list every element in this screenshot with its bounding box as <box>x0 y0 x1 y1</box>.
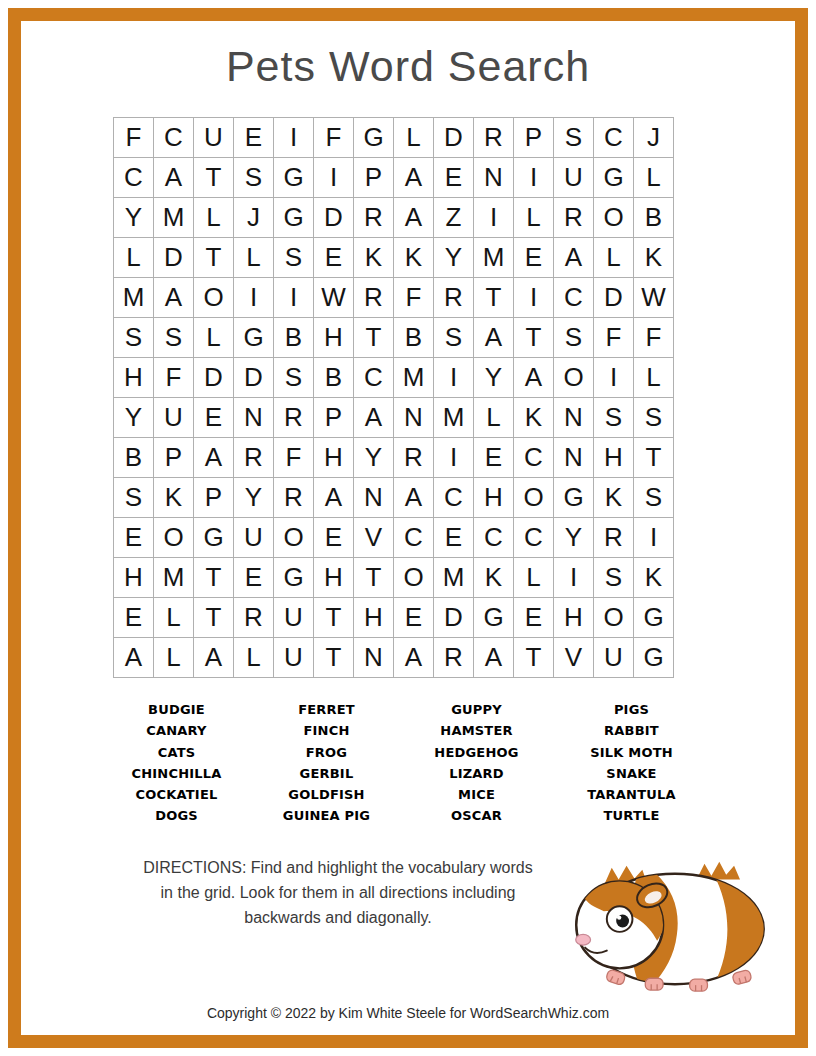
grid-cell[interactable]: O <box>274 518 313 557</box>
word-list-column: BUDGIECANARYCATSCHINCHILLACOCKATIELDOGS <box>104 699 249 827</box>
grid-cell[interactable]: U <box>194 118 233 157</box>
grid-cell[interactable]: N <box>394 398 433 437</box>
grid-cell[interactable]: W <box>314 278 353 317</box>
grid-cell[interactable]: Y <box>434 238 473 277</box>
grid-cell[interactable]: N <box>554 438 593 477</box>
grid-cell[interactable]: O <box>394 558 433 597</box>
grid-cell[interactable]: A <box>114 638 153 677</box>
word-list-column: GUPPYHAMSTERHEDGEHOGLIZARDMICEOSCAR <box>404 699 549 827</box>
grid-cell[interactable]: I <box>434 438 473 477</box>
grid-cell[interactable]: A <box>194 438 233 477</box>
grid-cell[interactable]: H <box>354 598 393 637</box>
grid-cell[interactable]: S <box>274 238 313 277</box>
grid-cell[interactable]: A <box>474 638 513 677</box>
pig-eye-highlight <box>617 915 621 919</box>
grid-cell[interactable]: C <box>394 518 433 557</box>
grid-cell[interactable]: O <box>514 478 553 517</box>
grid-cell[interactable]: B <box>634 198 673 237</box>
grid-cell[interactable]: L <box>234 238 273 277</box>
grid-cell[interactable]: L <box>154 638 193 677</box>
grid-cell[interactable]: U <box>594 638 633 677</box>
grid-cell[interactable]: I <box>514 158 553 197</box>
grid-cell[interactable]: C <box>154 118 193 157</box>
grid-cell[interactable]: R <box>594 518 633 557</box>
grid-cell[interactable]: J <box>234 198 273 237</box>
grid-cell[interactable]: R <box>434 278 473 317</box>
grid-cell[interactable]: I <box>434 358 473 397</box>
word-item: LIZARD <box>404 763 549 784</box>
grid-cell[interactable]: L <box>594 238 633 277</box>
grid-cell[interactable]: C <box>354 358 393 397</box>
word-list: BUDGIECANARYCATSCHINCHILLACOCKATIELDOGS … <box>104 699 714 827</box>
grid-cell[interactable]: N <box>354 638 393 677</box>
word-item: CATS <box>104 742 249 763</box>
grid-cell[interactable]: T <box>194 158 233 197</box>
grid-cell[interactable]: A <box>394 638 433 677</box>
grid-cell[interactable]: R <box>554 198 593 237</box>
grid-cell[interactable]: W <box>634 278 673 317</box>
grid-cell[interactable]: T <box>354 558 393 597</box>
word-item: HAMSTER <box>404 720 549 741</box>
grid-cell[interactable]: O <box>594 198 633 237</box>
grid-cell[interactable]: B <box>314 358 353 397</box>
grid-cell[interactable]: H <box>314 318 353 357</box>
grid-cell[interactable]: L <box>114 238 153 277</box>
word-list-column: FERRETFINCHFROGGERBILGOLDFISHGUINEA PIG <box>254 699 399 827</box>
grid-cell[interactable]: A <box>154 278 193 317</box>
guinea-pig-illustration <box>558 848 776 996</box>
grid-cell[interactable]: I <box>274 278 313 317</box>
grid-cell[interactable]: R <box>234 438 273 477</box>
grid-cell[interactable]: P <box>194 478 233 517</box>
grid-cell[interactable]: R <box>354 278 393 317</box>
directions-line: backwards and diagonally. <box>108 905 568 930</box>
grid-cell[interactable]: F <box>114 118 153 157</box>
word-item: GERBIL <box>254 763 399 784</box>
grid-cell[interactable]: F <box>634 318 673 357</box>
grid-cell[interactable]: B <box>114 438 153 477</box>
grid-cell[interactable]: R <box>234 598 273 637</box>
word-item: SILK MOTH <box>554 742 709 763</box>
grid-cell[interactable]: K <box>354 238 393 277</box>
grid-cell[interactable]: G <box>194 518 233 557</box>
grid-cell[interactable]: H <box>314 438 353 477</box>
grid-cell[interactable]: L <box>634 358 673 397</box>
word-item: COCKATIEL <box>104 784 249 805</box>
grid-cell[interactable]: T <box>634 438 673 477</box>
grid-cell[interactable]: I <box>314 158 353 197</box>
grid-cell[interactable]: H <box>474 478 513 517</box>
grid-cell[interactable]: C <box>554 278 593 317</box>
grid-cell[interactable]: S <box>634 478 673 517</box>
grid-cell[interactable]: L <box>634 158 673 197</box>
grid-cell[interactable]: K <box>634 238 673 277</box>
grid-cell[interactable]: T <box>314 598 353 637</box>
grid-cell[interactable]: G <box>274 198 313 237</box>
word-item: DOGS <box>104 805 249 826</box>
grid-cell[interactable]: E <box>434 158 473 197</box>
grid-cell[interactable]: E <box>474 438 513 477</box>
word-list-column: PIGSRABBITSILK MOTHSNAKETARANTULATURTLE <box>554 699 709 827</box>
directions-text: DIRECTIONS: Find and highlight the vocab… <box>108 855 568 930</box>
pig-nose <box>576 934 591 945</box>
grid-cell[interactable]: E <box>434 518 473 557</box>
grid-cell[interactable]: I <box>274 118 313 157</box>
grid-cell[interactable]: D <box>594 278 633 317</box>
grid-cell[interactable]: C <box>514 438 553 477</box>
grid-cell[interactable]: S <box>594 558 633 597</box>
grid-cell[interactable]: D <box>434 598 473 637</box>
word-search-grid: FCUEIFGLDRPSCJCATSGIPAENIUGLYMLJGDRAZILR… <box>113 117 674 678</box>
grid-cell[interactable]: S <box>634 398 673 437</box>
grid-cell[interactable]: U <box>154 398 193 437</box>
grid-cell[interactable]: F <box>274 438 313 477</box>
grid-cell[interactable]: E <box>514 598 553 637</box>
grid-cell[interactable]: N <box>354 478 393 517</box>
grid-cell[interactable]: S <box>234 158 273 197</box>
word-item: FERRET <box>254 699 399 720</box>
grid-cell[interactable]: Y <box>474 358 513 397</box>
grid-cell[interactable]: D <box>154 238 193 277</box>
grid-cell[interactable]: E <box>114 518 153 557</box>
grid-cell[interactable]: M <box>114 278 153 317</box>
grid-cell[interactable]: E <box>314 238 353 277</box>
word-item: HEDGEHOG <box>404 742 549 763</box>
grid-cell[interactable]: M <box>434 558 473 597</box>
grid-cell[interactable]: G <box>634 598 673 637</box>
worksheet-page: Pets Word Search FCUEIFGLDRPSCJCATSGIPAE… <box>0 0 816 1056</box>
grid-cell[interactable]: Y <box>234 478 273 517</box>
grid-cell[interactable]: D <box>194 358 233 397</box>
grid-cell[interactable]: B <box>394 318 433 357</box>
grid-cell[interactable]: K <box>634 558 673 597</box>
word-item: PIGS <box>554 699 709 720</box>
grid-cell[interactable]: M <box>474 238 513 277</box>
word-item: RABBIT <box>554 720 709 741</box>
grid-cell[interactable]: P <box>514 118 553 157</box>
word-item: BUDGIE <box>104 699 249 720</box>
grid-cell[interactable]: A <box>394 158 433 197</box>
word-item: GOLDFISH <box>254 784 399 805</box>
grid-cell[interactable]: C <box>474 518 513 557</box>
grid-cell[interactable]: A <box>394 478 433 517</box>
grid-cell[interactable]: L <box>514 198 553 237</box>
copyright-text: Copyright © 2022 by Kim White Steele for… <box>0 1005 816 1021</box>
grid-cell[interactable]: T <box>474 278 513 317</box>
grid-cell[interactable]: K <box>594 478 633 517</box>
grid-cell[interactable]: E <box>314 518 353 557</box>
grid-cell[interactable]: A <box>194 638 233 677</box>
grid-cell[interactable]: H <box>594 438 633 477</box>
grid-cell[interactable]: K <box>394 238 433 277</box>
grid-cell[interactable]: C <box>514 518 553 557</box>
grid-cell[interactable]: F <box>394 278 433 317</box>
grid-cell[interactable]: O <box>154 518 193 557</box>
grid-cell[interactable]: S <box>274 358 313 397</box>
grid-cell[interactable]: H <box>554 598 593 637</box>
grid-cell[interactable]: R <box>394 438 433 477</box>
grid-cell[interactable]: E <box>114 598 153 637</box>
grid-cell[interactable]: I <box>474 198 513 237</box>
grid-cell[interactable]: J <box>634 118 673 157</box>
grid-cell[interactable]: P <box>314 398 353 437</box>
grid-cell[interactable]: U <box>274 598 313 637</box>
grid-cell[interactable]: L <box>394 118 433 157</box>
word-item: OSCAR <box>404 805 549 826</box>
grid-cell[interactable]: U <box>274 638 313 677</box>
grid-cell[interactable]: F <box>594 318 633 357</box>
grid-cell[interactable]: U <box>554 158 593 197</box>
grid-cell[interactable]: A <box>514 358 553 397</box>
directions-line: DIRECTIONS: Find and highlight the vocab… <box>108 855 568 880</box>
grid-cell[interactable]: F <box>154 358 193 397</box>
grid-cell[interactable]: I <box>554 558 593 597</box>
grid-cell[interactable]: C <box>594 118 633 157</box>
grid-cell[interactable]: E <box>514 238 553 277</box>
page-title: Pets Word Search <box>0 42 816 91</box>
word-item: TURTLE <box>554 805 709 826</box>
word-item: GUPPY <box>404 699 549 720</box>
grid-cell[interactable]: K <box>154 478 193 517</box>
grid-cell[interactable]: O <box>194 278 233 317</box>
grid-cell[interactable]: O <box>554 358 593 397</box>
grid-cell[interactable]: T <box>354 318 393 357</box>
grid-cell[interactable]: F <box>314 118 353 157</box>
grid-cell[interactable]: M <box>394 358 433 397</box>
grid-cell[interactable]: G <box>274 558 313 597</box>
grid-cell[interactable]: S <box>114 478 153 517</box>
grid-cell[interactable]: B <box>274 318 313 357</box>
grid-cell[interactable]: A <box>354 398 393 437</box>
grid-cell[interactable]: E <box>234 118 273 157</box>
grid-cell[interactable]: C <box>114 158 153 197</box>
grid-cell[interactable]: R <box>434 638 473 677</box>
grid-cell[interactable]: Y <box>114 198 153 237</box>
word-item: MICE <box>404 784 549 805</box>
grid-cell[interactable]: E <box>194 398 233 437</box>
grid-cell[interactable]: R <box>274 478 313 517</box>
grid-cell[interactable]: H <box>314 558 353 597</box>
grid-cell[interactable]: S <box>434 318 473 357</box>
grid-cell[interactable]: Y <box>554 518 593 557</box>
grid-cell[interactable]: T <box>194 238 233 277</box>
grid-cell[interactable]: P <box>154 438 193 477</box>
grid-cell[interactable]: M <box>154 198 193 237</box>
grid-cell[interactable]: Z <box>434 198 473 237</box>
grid-cell[interactable]: H <box>114 358 153 397</box>
grid-cell[interactable]: C <box>434 478 473 517</box>
grid-cell[interactable]: U <box>234 518 273 557</box>
word-item: GUINEA PIG <box>254 805 399 826</box>
grid-cell[interactable]: A <box>394 198 433 237</box>
grid-cell[interactable]: G <box>234 318 273 357</box>
word-item: TARANTULA <box>554 784 709 805</box>
word-item: SNAKE <box>554 763 709 784</box>
grid-cell[interactable]: D <box>234 358 273 397</box>
grid-cell[interactable]: S <box>554 318 593 357</box>
grid-cell[interactable]: Y <box>354 438 393 477</box>
grid-cell[interactable]: K <box>474 558 513 597</box>
grid-cell[interactable]: S <box>154 318 193 357</box>
grid-cell[interactable]: M <box>434 398 473 437</box>
grid-cell[interactable]: H <box>114 558 153 597</box>
grid-cell[interactable]: N <box>234 398 273 437</box>
grid-cell[interactable]: T <box>514 318 553 357</box>
word-item: FINCH <box>254 720 399 741</box>
grid-cell[interactable]: S <box>114 318 153 357</box>
grid-cell[interactable]: O <box>594 598 633 637</box>
grid-cell[interactable]: G <box>554 478 593 517</box>
grid-cell[interactable]: E <box>234 558 273 597</box>
grid-cell[interactable]: R <box>274 398 313 437</box>
grid-cell[interactable]: V <box>354 518 393 557</box>
grid-cell[interactable]: M <box>154 558 193 597</box>
grid-cell[interactable]: I <box>234 278 273 317</box>
grid-cell[interactable]: T <box>514 638 553 677</box>
grid-cell[interactable]: L <box>514 558 553 597</box>
grid-cell[interactable]: Y <box>114 398 153 437</box>
grid-cell[interactable]: K <box>514 398 553 437</box>
word-item: CHINCHILLA <box>104 763 249 784</box>
grid-cell[interactable]: S <box>554 118 593 157</box>
grid-cell[interactable]: I <box>634 518 673 557</box>
grid-cell[interactable]: T <box>194 558 233 597</box>
grid-cell[interactable]: G <box>474 598 513 637</box>
grid-cell[interactable]: S <box>594 398 633 437</box>
grid-cell[interactable]: G <box>354 118 393 157</box>
grid-cell[interactable]: P <box>354 158 393 197</box>
grid-cell[interactable]: N <box>554 398 593 437</box>
grid-cell[interactable]: G <box>274 158 313 197</box>
word-item: CANARY <box>104 720 249 741</box>
grid-cell[interactable]: R <box>474 118 513 157</box>
grid-cell[interactable]: L <box>474 398 513 437</box>
grid-cell[interactable]: A <box>474 318 513 357</box>
grid-cell[interactable]: A <box>154 158 193 197</box>
directions-line: in the grid. Look for them in all direct… <box>108 880 568 905</box>
grid-cell[interactable]: I <box>594 358 633 397</box>
grid-cell[interactable]: I <box>514 278 553 317</box>
grid-cell[interactable]: T <box>314 638 353 677</box>
grid-cell[interactable]: D <box>434 118 473 157</box>
grid-cell[interactable]: A <box>554 238 593 277</box>
grid-cell[interactable]: G <box>634 638 673 677</box>
word-item: FROG <box>254 742 399 763</box>
grid-cell[interactable]: N <box>474 158 513 197</box>
grid-cell[interactable]: E <box>394 598 433 637</box>
grid-cell[interactable]: L <box>194 318 233 357</box>
grid-cell[interactable]: R <box>354 198 393 237</box>
grid-cell[interactable]: A <box>314 478 353 517</box>
grid-cell[interactable]: G <box>594 158 633 197</box>
grid-cell[interactable]: L <box>234 638 273 677</box>
grid-cell[interactable]: D <box>314 198 353 237</box>
grid-cell[interactable]: L <box>154 598 193 637</box>
grid-cell[interactable]: V <box>554 638 593 677</box>
grid-cell[interactable]: T <box>194 598 233 637</box>
grid-cell[interactable]: L <box>194 198 233 237</box>
